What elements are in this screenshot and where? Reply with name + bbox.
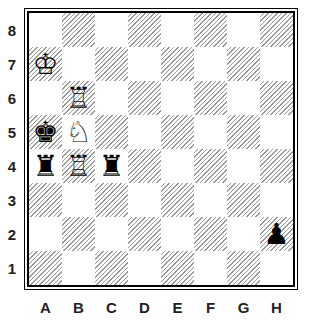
square-c7 xyxy=(95,47,128,81)
square-e8 xyxy=(161,13,194,47)
square-h7 xyxy=(260,47,293,81)
square-e1 xyxy=(161,251,194,285)
file-label-h: H xyxy=(260,297,293,317)
file-label-d: D xyxy=(128,297,161,317)
white-knight: ♘ xyxy=(66,118,92,147)
square-f3 xyxy=(194,183,227,217)
square-a6 xyxy=(29,81,62,115)
square-c2 xyxy=(95,217,128,251)
rank-label-6: 6 xyxy=(0,81,24,115)
square-h3 xyxy=(260,183,293,217)
square-h8 xyxy=(260,13,293,47)
rank-label-3: 3 xyxy=(0,183,24,217)
square-d4 xyxy=(128,149,161,183)
chessboard: ♔♖♚♘♜♖♜♟ xyxy=(27,11,295,287)
square-a8 xyxy=(29,13,62,47)
square-d7 xyxy=(128,47,161,81)
white-rook: ♖ xyxy=(66,152,92,181)
square-e2 xyxy=(161,217,194,251)
square-h6 xyxy=(260,81,293,115)
square-e6 xyxy=(161,81,194,115)
square-b2 xyxy=(62,217,95,251)
square-g4 xyxy=(227,149,260,183)
square-e3 xyxy=(161,183,194,217)
square-d6 xyxy=(128,81,161,115)
square-a3 xyxy=(29,183,62,217)
file-label-g: G xyxy=(227,297,260,317)
square-g8 xyxy=(227,13,260,47)
rank-labels: 87654321 xyxy=(0,13,24,285)
square-a5: ♚ xyxy=(29,115,62,149)
square-c6 xyxy=(95,81,128,115)
square-a7: ♔ xyxy=(29,47,62,81)
white-rook: ♖ xyxy=(66,84,92,113)
square-b3 xyxy=(62,183,95,217)
square-h1 xyxy=(260,251,293,285)
square-c5 xyxy=(95,115,128,149)
square-a1 xyxy=(29,251,62,285)
square-c3 xyxy=(95,183,128,217)
square-f5 xyxy=(194,115,227,149)
black-rook: ♜ xyxy=(99,152,125,181)
file-label-c: C xyxy=(95,297,128,317)
square-c4: ♜ xyxy=(95,149,128,183)
square-g1 xyxy=(227,251,260,285)
square-f8 xyxy=(194,13,227,47)
square-f7 xyxy=(194,47,227,81)
square-f6 xyxy=(194,81,227,115)
square-b7 xyxy=(62,47,95,81)
black-king: ♚ xyxy=(33,118,59,147)
square-d2 xyxy=(128,217,161,251)
square-a2 xyxy=(29,217,62,251)
square-c8 xyxy=(95,13,128,47)
square-h2: ♟ xyxy=(260,217,293,251)
rank-label-8: 8 xyxy=(0,13,24,47)
square-b4: ♖ xyxy=(62,149,95,183)
square-h5 xyxy=(260,115,293,149)
square-d8 xyxy=(128,13,161,47)
rank-label-4: 4 xyxy=(0,149,24,183)
square-f1 xyxy=(194,251,227,285)
square-e7 xyxy=(161,47,194,81)
square-a4: ♜ xyxy=(29,149,62,183)
rank-label-5: 5 xyxy=(0,115,24,149)
square-d1 xyxy=(128,251,161,285)
black-pawn: ♟ xyxy=(264,220,290,249)
rank-label-2: 2 xyxy=(0,217,24,251)
square-g2 xyxy=(227,217,260,251)
square-f2 xyxy=(194,217,227,251)
square-b8 xyxy=(62,13,95,47)
square-b5: ♘ xyxy=(62,115,95,149)
square-g3 xyxy=(227,183,260,217)
square-e4 xyxy=(161,149,194,183)
square-f4 xyxy=(194,149,227,183)
chess-puzzle-diagram: 87654321 ♔♖♚♘♜♖♜♟ ABCDEFGH xyxy=(0,0,314,320)
file-label-b: B xyxy=(62,297,95,317)
file-label-a: A xyxy=(29,297,62,317)
rank-label-7: 7 xyxy=(0,47,24,81)
square-h4 xyxy=(260,149,293,183)
black-rook: ♜ xyxy=(33,152,59,181)
square-d3 xyxy=(128,183,161,217)
file-labels: ABCDEFGH xyxy=(29,297,293,317)
square-c1 xyxy=(95,251,128,285)
square-d5 xyxy=(128,115,161,149)
board-frame: ♔♖♚♘♜♖♜♟ xyxy=(24,8,298,290)
white-king: ♔ xyxy=(33,50,59,79)
square-b6: ♖ xyxy=(62,81,95,115)
rank-label-1: 1 xyxy=(0,251,24,285)
square-g7 xyxy=(227,47,260,81)
square-g6 xyxy=(227,81,260,115)
square-b1 xyxy=(62,251,95,285)
square-e5 xyxy=(161,115,194,149)
file-label-e: E xyxy=(161,297,194,317)
file-label-f: F xyxy=(194,297,227,317)
square-g5 xyxy=(227,115,260,149)
